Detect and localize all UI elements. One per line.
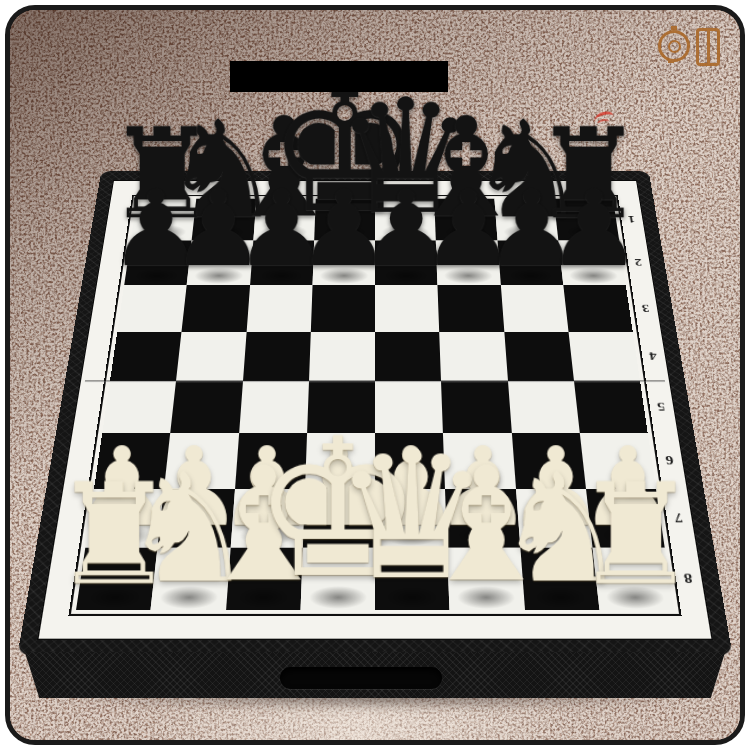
- square-3-5: [375, 285, 439, 332]
- brand-watermark-icon: [658, 28, 720, 66]
- square-4-3: [243, 332, 311, 381]
- square-3-6: [438, 285, 504, 332]
- board-scene: ♜♞♝♚♛♝♞♜♟♟♟♟♟♟♟♟♟♟♟♟♟♟♟♟♜♞♝♚♛♝♞♜ 1234567…: [0, 0, 750, 750]
- watermark-bars-icon: [696, 28, 720, 66]
- chess-board: ♜♞♝♚♛♝♞♜♟♟♟♟♟♟♟♟♟♟♟♟♟♟♟♟♜♞♝♚♛♝♞♜: [76, 199, 674, 610]
- square-4-6: [439, 332, 507, 381]
- square-3-2: [182, 285, 250, 332]
- square-4-4: [309, 332, 375, 381]
- case-latch-groove: [280, 667, 442, 689]
- square-4-7: [504, 332, 574, 381]
- white-rook: ♜: [573, 465, 698, 604]
- folding-chess-case: ♜♞♝♚♛♝♞♜♟♟♟♟♟♟♟♟♟♟♟♟♟♟♟♟♜♞♝♚♛♝♞♜ 1234567…: [18, 171, 733, 654]
- square-4-8: [568, 332, 640, 381]
- censor-bar: [230, 61, 448, 92]
- board-inner-frame: ♜♞♝♚♛♝♞♜♟♟♟♟♟♟♟♟♟♟♟♟♟♟♟♟♜♞♝♚♛♝♞♜: [68, 195, 681, 616]
- square-3-4: [311, 285, 375, 332]
- square-4-2: [176, 332, 246, 381]
- square-3-8: [563, 285, 633, 332]
- square-3-3: [246, 285, 312, 332]
- board-border: ♜♞♝♚♛♝♞♜♟♟♟♟♟♟♟♟♟♟♟♟♟♟♟♟♜♞♝♚♛♝♞♜ 1234567…: [37, 180, 712, 639]
- square-3-7: [500, 285, 568, 332]
- case-front-face: [14, 652, 736, 698]
- watermark-circle-tab: [668, 59, 674, 63]
- square-4-1: [110, 332, 182, 381]
- watermark-circle-icon: [658, 30, 690, 62]
- square-3-1: [117, 285, 187, 332]
- square-8-8: ♜: [592, 547, 674, 610]
- product-photo: ♜♞♝♚♛♝♞♜♟♟♟♟♟♟♟♟♟♟♟♟♟♟♟♟♜♞♝♚♛♝♞♜ 1234567…: [0, 0, 750, 750]
- square-2-8: ♟: [558, 241, 626, 285]
- square-4-5: [375, 332, 441, 381]
